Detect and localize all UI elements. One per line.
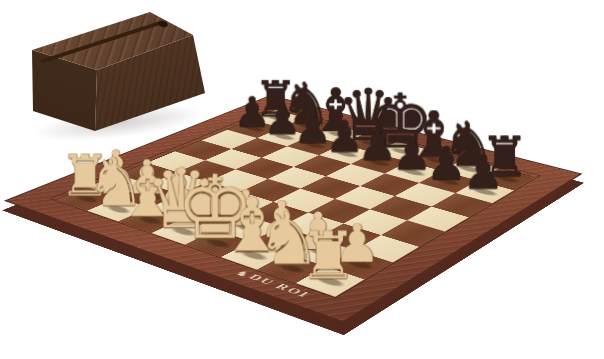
piece-black-rook: ♜ [254, 79, 298, 119]
piece-shadow [266, 233, 301, 246]
piece-white-pawn: ♟ [95, 149, 136, 187]
piece-shadow [324, 130, 353, 139]
piece-shadow [300, 140, 330, 150]
piece-shadow [240, 124, 269, 133]
square-h8: ♜ [477, 168, 535, 190]
piece-shadow [420, 155, 451, 165]
piece-shadow [102, 203, 135, 215]
piece-shadow [72, 193, 104, 205]
piece-shadow [167, 225, 201, 238]
brand-knight-icon: ♞ [233, 269, 253, 278]
piece-black-pawn: ♟ [234, 96, 271, 130]
piece-shadow [264, 114, 292, 123]
piece-white-rook: ♜ [59, 153, 110, 200]
board-frame: ♜♞♝♛♚♝♞♜♟♟♟♟♟♟♟♟♟♟♟♟♟♟♟♟♜♞♝♛♚♝♞♜ ♞ DU RO… [4, 95, 583, 323]
piece-black-bishop: ♝ [406, 110, 463, 162]
piece-shadow [269, 132, 298, 141]
piece-shadow [468, 186, 501, 197]
chess-board: ♜♞♝♛♚♝♞♜♟♟♟♟♟♟♟♟♟♟♟♟♟♟♟♟♜♞♝♛♚♝♞♜ ♞ DU RO… [4, 95, 583, 323]
piece-shadow [293, 122, 322, 131]
piece-shadow [341, 257, 378, 271]
piece-shadow [231, 222, 265, 235]
board-scene: ♜♞♝♛♚♝♞♜♟♟♟♟♟♟♟♟♟♟♟♟♟♟♟♟♜♞♝♛♚♝♞♜ ♞ DU RO… [0, 0, 604, 359]
piece-shadow [133, 190, 165, 202]
piece-shadow [364, 158, 395, 168]
piece-shadow [397, 167, 429, 178]
square-h5 [407, 206, 469, 231]
chess-set-photo: ♜♞♝♛♚♝♞♜♟♟♟♟♟♟♟♟♟♟♟♟♟♟♟♟♜♞♝♛♚♝♞♜ ♞ DU RO… [0, 0, 604, 359]
piece-shadow [134, 214, 167, 227]
piece-shadow [103, 180, 134, 191]
square-f7: ♟ [384, 162, 442, 183]
piece-black-bishop: ♝ [309, 86, 363, 135]
piece-black-knight: ♞ [441, 119, 497, 170]
piece-shadow [432, 176, 465, 187]
piece-shadow [236, 248, 272, 262]
piece-shadow [355, 138, 385, 148]
piece-shadow [311, 274, 349, 289]
piece-shadow [197, 211, 230, 223]
piece-shadow [303, 245, 339, 259]
board-field: ♜♞♝♛♚♝♞♜♟♟♟♟♟♟♟♟♟♟♟♟♟♟♟♟♜♞♝♛♚♝♞♜ [60, 110, 532, 293]
square-c4 [208, 169, 267, 191]
piece-shadow [455, 164, 487, 175]
piece-shadow [165, 200, 198, 212]
piece-shadow [387, 147, 418, 157]
piece-shadow [490, 174, 523, 185]
piece-shadow [201, 236, 236, 249]
piece-shadow [331, 149, 362, 159]
piece-shadow [273, 261, 310, 276]
